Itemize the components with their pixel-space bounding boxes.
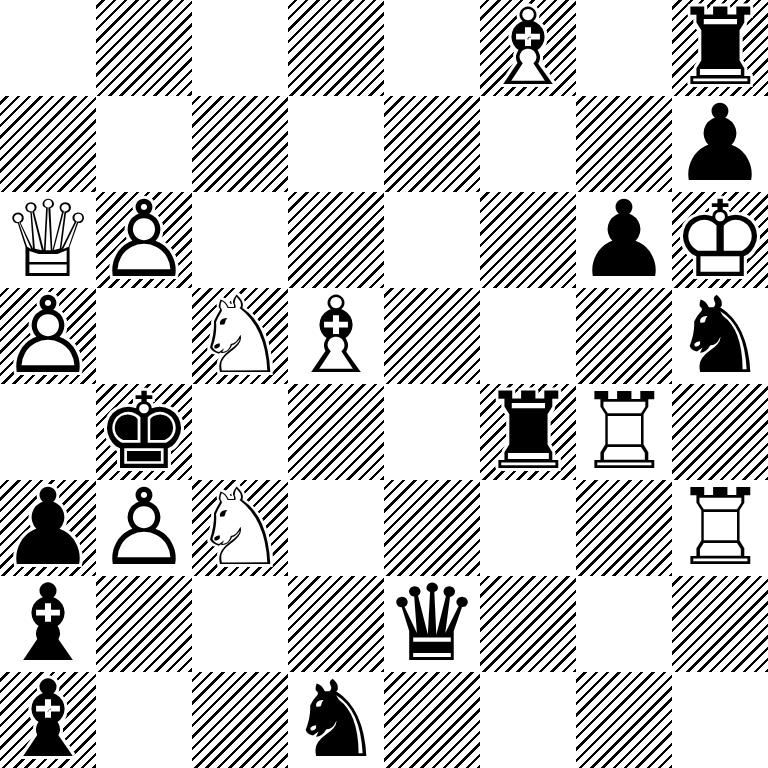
- white-knight-halo: ♞: [192, 288, 288, 384]
- square-g5[interactable]: [576, 288, 672, 384]
- square-g3[interactable]: [576, 480, 672, 576]
- square-b8[interactable]: [96, 0, 192, 96]
- black-bishop-icon: ♝: [0, 672, 96, 768]
- black-queen-icon: ♛: [384, 576, 480, 672]
- black-rook-icon: ♜: [672, 0, 768, 96]
- black-bishop-piece[interactable]: ♝♝: [0, 672, 96, 768]
- white-rook-halo: ♜: [576, 384, 672, 480]
- black-bishop-halo: ♝: [0, 672, 96, 768]
- square-c1[interactable]: [192, 672, 288, 768]
- square-h5[interactable]: ♞♞: [672, 288, 768, 384]
- black-rook-halo: ♜: [480, 384, 576, 480]
- black-king-halo: ♚: [96, 384, 192, 480]
- square-b1[interactable]: [96, 672, 192, 768]
- square-g6[interactable]: ♟♟: [576, 192, 672, 288]
- black-pawn-piece[interactable]: ♟♟: [672, 96, 768, 192]
- black-queen-piece[interactable]: ♛♛: [384, 576, 480, 672]
- white-bishop-halo: ♝: [288, 288, 384, 384]
- square-a8[interactable]: [0, 0, 96, 96]
- square-a2[interactable]: ♝♝: [0, 576, 96, 672]
- square-b7[interactable]: [96, 96, 192, 192]
- black-pawn-icon: ♟: [0, 480, 96, 576]
- black-king-piece[interactable]: ♚♚: [96, 384, 192, 480]
- square-f5[interactable]: [480, 288, 576, 384]
- white-pawn-halo: ♟: [96, 192, 192, 288]
- square-d4[interactable]: [288, 384, 384, 480]
- square-g8[interactable]: [576, 0, 672, 96]
- black-knight-piece[interactable]: ♞♞: [288, 672, 384, 768]
- square-b6[interactable]: ♟♙: [96, 192, 192, 288]
- black-pawn-icon: ♟: [576, 192, 672, 288]
- square-f8[interactable]: ♝♗: [480, 0, 576, 96]
- white-queen-icon: ♕: [0, 192, 96, 288]
- black-rook-piece[interactable]: ♜♜: [480, 384, 576, 480]
- black-rook-icon: ♜: [480, 384, 576, 480]
- white-bishop-piece[interactable]: ♝♗: [288, 288, 384, 384]
- white-pawn-icon: ♙: [96, 480, 192, 576]
- square-e6[interactable]: [384, 192, 480, 288]
- square-e1[interactable]: [384, 672, 480, 768]
- black-pawn-halo: ♟: [0, 480, 96, 576]
- square-f6[interactable]: [480, 192, 576, 288]
- black-queen-halo: ♛: [384, 576, 480, 672]
- square-c2[interactable]: [192, 576, 288, 672]
- square-h6[interactable]: ♚♔: [672, 192, 768, 288]
- black-pawn-icon: ♟: [672, 96, 768, 192]
- white-knight-piece[interactable]: ♞♘: [192, 480, 288, 576]
- square-e7[interactable]: [384, 96, 480, 192]
- square-f7[interactable]: [480, 96, 576, 192]
- square-a6[interactable]: ♛♕: [0, 192, 96, 288]
- black-knight-icon: ♞: [288, 672, 384, 768]
- white-knight-icon: ♘: [192, 480, 288, 576]
- square-h1[interactable]: [672, 672, 768, 768]
- square-c7[interactable]: [192, 96, 288, 192]
- white-rook-icon: ♖: [672, 480, 768, 576]
- white-pawn-icon: ♙: [96, 192, 192, 288]
- white-queen-halo: ♛: [0, 192, 96, 288]
- square-b5[interactable]: [96, 288, 192, 384]
- white-rook-piece[interactable]: ♜♖: [672, 480, 768, 576]
- square-f1[interactable]: [480, 672, 576, 768]
- square-d8[interactable]: [288, 0, 384, 96]
- black-bishop-icon: ♝: [0, 576, 96, 672]
- white-rook-piece[interactable]: ♜♖: [576, 384, 672, 480]
- black-knight-piece[interactable]: ♞♞: [672, 288, 768, 384]
- black-rook-halo: ♜: [672, 0, 768, 96]
- square-e8[interactable]: [384, 0, 480, 96]
- square-a4[interactable]: [0, 384, 96, 480]
- square-e5[interactable]: [384, 288, 480, 384]
- black-pawn-halo: ♟: [576, 192, 672, 288]
- white-king-halo: ♚: [672, 192, 768, 288]
- white-king-piece[interactable]: ♚♔: [672, 192, 768, 288]
- white-pawn-piece[interactable]: ♟♙: [0, 288, 96, 384]
- white-pawn-halo: ♟: [0, 288, 96, 384]
- white-rook-icon: ♖: [576, 384, 672, 480]
- white-bishop-icon: ♗: [288, 288, 384, 384]
- black-knight-icon: ♞: [672, 288, 768, 384]
- square-a3[interactable]: ♟♟: [0, 480, 96, 576]
- square-h8[interactable]: ♜♜: [672, 0, 768, 96]
- square-h2[interactable]: [672, 576, 768, 672]
- square-f3[interactable]: [480, 480, 576, 576]
- black-king-icon: ♚: [96, 384, 192, 480]
- white-pawn-piece[interactable]: ♟♙: [96, 192, 192, 288]
- black-pawn-piece[interactable]: ♟♟: [0, 480, 96, 576]
- white-knight-icon: ♘: [192, 288, 288, 384]
- white-pawn-piece[interactable]: ♟♙: [96, 480, 192, 576]
- square-d3[interactable]: [288, 480, 384, 576]
- black-pawn-piece[interactable]: ♟♟: [576, 192, 672, 288]
- white-bishop-halo: ♝: [480, 0, 576, 96]
- square-c4[interactable]: [192, 384, 288, 480]
- square-f2[interactable]: [480, 576, 576, 672]
- square-g4[interactable]: ♜♖: [576, 384, 672, 480]
- square-b4[interactable]: ♚♚: [96, 384, 192, 480]
- square-d6[interactable]: [288, 192, 384, 288]
- square-a7[interactable]: [0, 96, 96, 192]
- square-h3[interactable]: ♜♖: [672, 480, 768, 576]
- chess-board: ♝♗♜♜♟♟♛♕♟♙♟♟♚♔♟♙♞♘♝♗♞♞♚♚♜♜♜♖♟♟♟♙♞♘♜♖♝♝♛♛…: [0, 0, 768, 768]
- square-g2[interactable]: [576, 576, 672, 672]
- square-e2[interactable]: ♛♛: [384, 576, 480, 672]
- square-c3[interactable]: ♞♘: [192, 480, 288, 576]
- square-g1[interactable]: [576, 672, 672, 768]
- square-e3[interactable]: [384, 480, 480, 576]
- white-bishop-piece[interactable]: ♝♗: [480, 0, 576, 96]
- square-d5[interactable]: ♝♗: [288, 288, 384, 384]
- white-queen-piece[interactable]: ♛♕: [0, 192, 96, 288]
- black-pawn-halo: ♟: [672, 96, 768, 192]
- black-knight-halo: ♞: [288, 672, 384, 768]
- square-d2[interactable]: [288, 576, 384, 672]
- black-bishop-halo: ♝: [0, 576, 96, 672]
- square-b2[interactable]: [96, 576, 192, 672]
- white-rook-halo: ♜: [672, 480, 768, 576]
- square-d1[interactable]: ♞♞: [288, 672, 384, 768]
- square-e4[interactable]: [384, 384, 480, 480]
- black-bishop-piece[interactable]: ♝♝: [0, 576, 96, 672]
- black-knight-halo: ♞: [672, 288, 768, 384]
- square-g7[interactable]: [576, 96, 672, 192]
- chess-diagram: ♝♗♜♜♟♟♛♕♟♙♟♟♚♔♟♙♞♘♝♗♞♞♚♚♜♜♜♖♟♟♟♙♞♘♜♖♝♝♛♛…: [0, 0, 768, 768]
- square-b3[interactable]: ♟♙: [96, 480, 192, 576]
- black-rook-piece[interactable]: ♜♜: [672, 0, 768, 96]
- square-f4[interactable]: ♜♜: [480, 384, 576, 480]
- square-d7[interactable]: [288, 96, 384, 192]
- square-h4[interactable]: [672, 384, 768, 480]
- white-knight-piece[interactable]: ♞♘: [192, 288, 288, 384]
- white-king-icon: ♔: [672, 192, 768, 288]
- square-a1[interactable]: ♝♝: [0, 672, 96, 768]
- white-knight-halo: ♞: [192, 480, 288, 576]
- square-c5[interactable]: ♞♘: [192, 288, 288, 384]
- white-pawn-halo: ♟: [96, 480, 192, 576]
- white-pawn-icon: ♙: [0, 288, 96, 384]
- white-bishop-icon: ♗: [480, 0, 576, 96]
- square-h7[interactable]: ♟♟: [672, 96, 768, 192]
- square-c8[interactable]: [192, 0, 288, 96]
- square-a5[interactable]: ♟♙: [0, 288, 96, 384]
- square-c6[interactable]: [192, 192, 288, 288]
